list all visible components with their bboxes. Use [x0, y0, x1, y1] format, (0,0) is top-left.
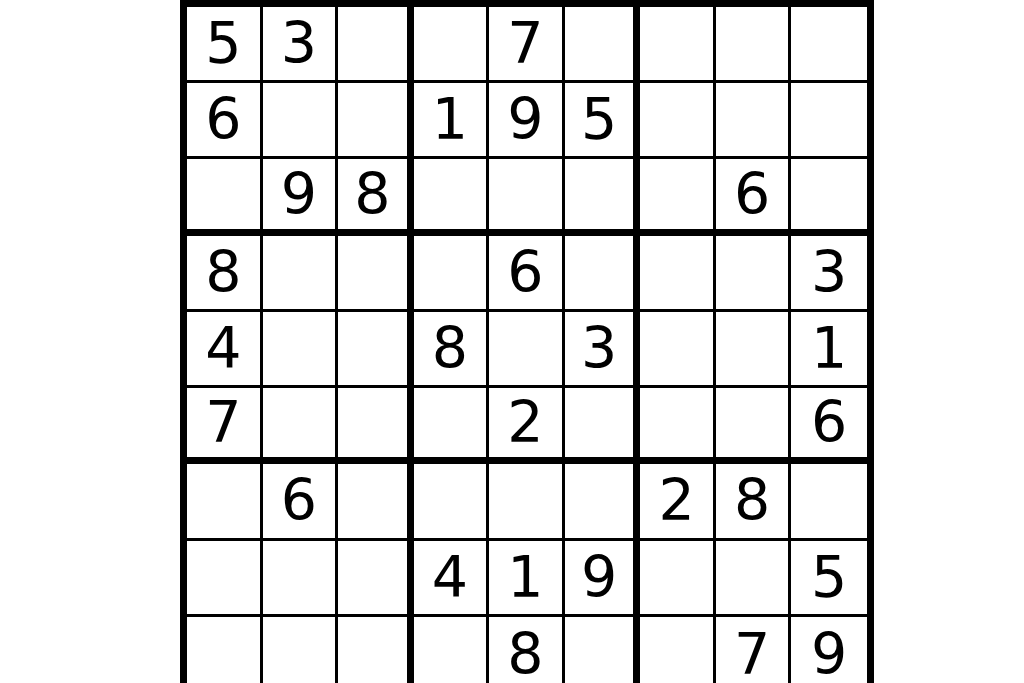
cell-r7c3-empty[interactable] — [338, 464, 414, 540]
cell-r3c2-given: 9 — [263, 159, 339, 235]
cell-r8c6-given: 9 — [565, 541, 641, 617]
cell-r7c7-given: 2 — [640, 464, 716, 540]
cell-r2c5-given: 9 — [489, 83, 565, 159]
cell-r9c1-empty[interactable] — [187, 617, 263, 683]
cell-r6c5-given: 2 — [489, 388, 565, 464]
cell-r6c8-empty[interactable] — [716, 388, 792, 464]
cell-r6c7-empty[interactable] — [640, 388, 716, 464]
cell-r2c7-empty[interactable] — [640, 83, 716, 159]
cell-r7c2-given: 6 — [263, 464, 339, 540]
cell-r8c7-empty[interactable] — [640, 541, 716, 617]
cell-r5c5-empty[interactable] — [489, 312, 565, 388]
cell-r5c7-empty[interactable] — [640, 312, 716, 388]
cell-r8c1-empty[interactable] — [187, 541, 263, 617]
cell-r2c2-empty[interactable] — [263, 83, 339, 159]
cell-r4c3-empty[interactable] — [338, 236, 414, 312]
cell-r5c6-given: 3 — [565, 312, 641, 388]
cell-r6c1-given: 7 — [187, 388, 263, 464]
cell-r5c3-empty[interactable] — [338, 312, 414, 388]
cell-r7c1-empty[interactable] — [187, 464, 263, 540]
cell-r6c4-empty[interactable] — [414, 388, 490, 464]
cell-r6c6-empty[interactable] — [565, 388, 641, 464]
cell-r2c6-given: 5 — [565, 83, 641, 159]
cell-r4c9-given: 3 — [791, 236, 867, 312]
cell-r2c3-empty[interactable] — [338, 83, 414, 159]
cell-r8c2-empty[interactable] — [263, 541, 339, 617]
page: 537619598686348317266284195879 — [0, 0, 1024, 683]
cell-r4c5-given: 6 — [489, 236, 565, 312]
cell-r2c4-given: 1 — [414, 83, 490, 159]
cell-r5c2-empty[interactable] — [263, 312, 339, 388]
cell-r7c6-empty[interactable] — [565, 464, 641, 540]
cell-r3c4-empty[interactable] — [414, 159, 490, 235]
cell-r5c1-given: 4 — [187, 312, 263, 388]
cell-r1c6-empty[interactable] — [565, 7, 641, 83]
cell-r5c8-empty[interactable] — [716, 312, 792, 388]
cell-r6c9-given: 6 — [791, 388, 867, 464]
cell-r8c3-empty[interactable] — [338, 541, 414, 617]
cell-r1c7-empty[interactable] — [640, 7, 716, 83]
cell-r6c2-empty[interactable] — [263, 388, 339, 464]
cell-r8c8-empty[interactable] — [716, 541, 792, 617]
cell-r3c5-empty[interactable] — [489, 159, 565, 235]
cell-r8c5-given: 1 — [489, 541, 565, 617]
cell-r1c2-given: 3 — [263, 7, 339, 83]
cell-r9c9-given: 9 — [791, 617, 867, 683]
cell-r9c7-empty[interactable] — [640, 617, 716, 683]
cell-r3c3-given: 8 — [338, 159, 414, 235]
cell-r3c6-empty[interactable] — [565, 159, 641, 235]
cell-r5c9-given: 1 — [791, 312, 867, 388]
cell-r9c2-empty[interactable] — [263, 617, 339, 683]
cell-r4c6-empty[interactable] — [565, 236, 641, 312]
cell-r8c4-given: 4 — [414, 541, 490, 617]
cell-r8c9-given: 5 — [791, 541, 867, 617]
cell-r7c8-given: 8 — [716, 464, 792, 540]
cell-r4c4-empty[interactable] — [414, 236, 490, 312]
cell-r6c3-empty[interactable] — [338, 388, 414, 464]
cell-r1c4-empty[interactable] — [414, 7, 490, 83]
cell-r3c7-empty[interactable] — [640, 159, 716, 235]
cell-r1c1-given: 5 — [187, 7, 263, 83]
cell-r9c5-given: 8 — [489, 617, 565, 683]
cell-r4c2-empty[interactable] — [263, 236, 339, 312]
cell-r3c8-given: 6 — [716, 159, 792, 235]
cell-r1c8-empty[interactable] — [716, 7, 792, 83]
cell-r9c4-empty[interactable] — [414, 617, 490, 683]
cell-r4c8-empty[interactable] — [716, 236, 792, 312]
cell-r7c9-empty[interactable] — [791, 464, 867, 540]
cell-r2c1-given: 6 — [187, 83, 263, 159]
cell-r2c9-empty[interactable] — [791, 83, 867, 159]
cell-r9c3-empty[interactable] — [338, 617, 414, 683]
cell-r2c8-empty[interactable] — [716, 83, 792, 159]
cell-r3c9-empty[interactable] — [791, 159, 867, 235]
cell-r9c6-empty[interactable] — [565, 617, 641, 683]
cell-r1c3-empty[interactable] — [338, 7, 414, 83]
cell-r3c1-empty[interactable] — [187, 159, 263, 235]
cell-r5c4-given: 8 — [414, 312, 490, 388]
cell-r1c9-empty[interactable] — [791, 7, 867, 83]
cell-r4c7-empty[interactable] — [640, 236, 716, 312]
cell-r9c8-given: 7 — [716, 617, 792, 683]
cell-r7c5-empty[interactable] — [489, 464, 565, 540]
sudoku-board: 537619598686348317266284195879 — [180, 0, 874, 683]
cell-r7c4-empty[interactable] — [414, 464, 490, 540]
cell-r1c5-given: 7 — [489, 7, 565, 83]
cell-r4c1-given: 8 — [187, 236, 263, 312]
